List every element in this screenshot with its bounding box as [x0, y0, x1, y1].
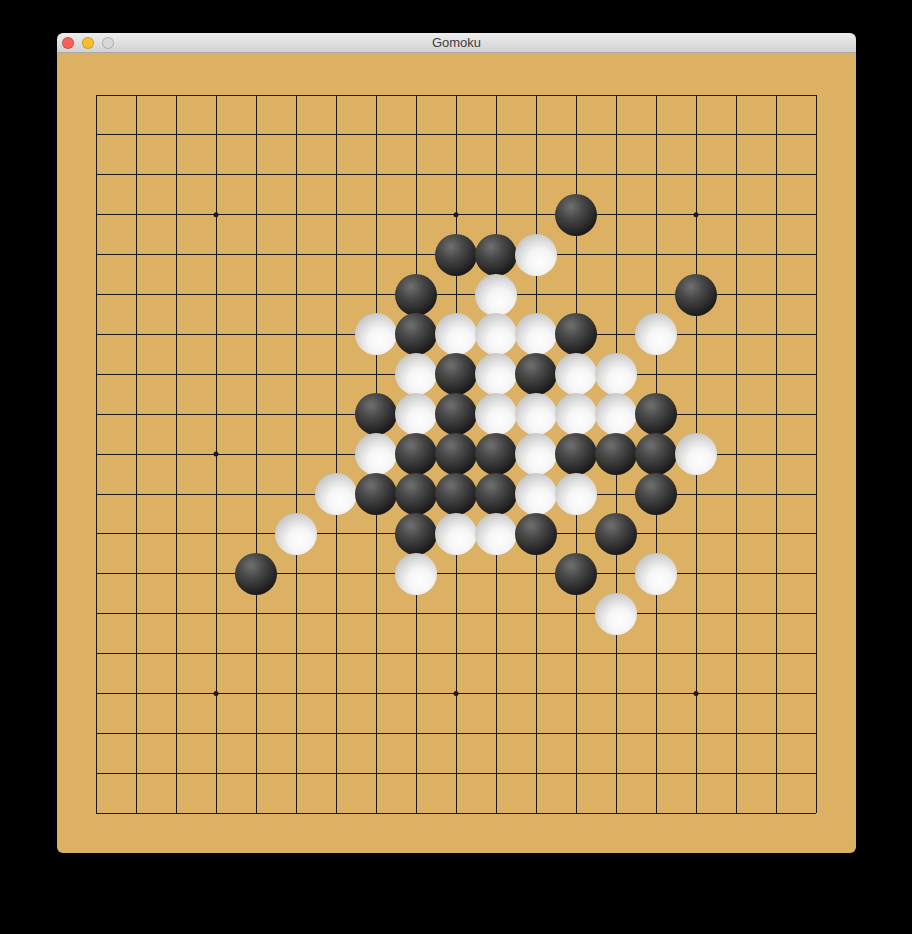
white-stone [515, 473, 557, 515]
white-stone [515, 433, 557, 475]
white-stone [395, 553, 437, 595]
white-stone [475, 393, 517, 435]
white-stone [675, 433, 717, 475]
black-stone [435, 234, 477, 276]
black-stone [555, 194, 597, 236]
white-stone [595, 353, 637, 395]
black-stone [395, 473, 437, 515]
white-stone [275, 513, 317, 555]
black-stone [435, 393, 477, 435]
white-stone [595, 593, 637, 635]
black-stone [355, 393, 397, 435]
black-stone [435, 433, 477, 475]
white-stone [435, 513, 477, 555]
black-stone [395, 274, 437, 316]
black-stone [395, 433, 437, 475]
black-stone [475, 473, 517, 515]
black-stone [515, 353, 557, 395]
black-stone [555, 553, 597, 595]
black-stone [675, 274, 717, 316]
white-stone [475, 353, 517, 395]
white-stone [395, 353, 437, 395]
black-stone [515, 513, 557, 555]
white-stone [595, 393, 637, 435]
black-stone [635, 433, 677, 475]
white-stone [555, 393, 597, 435]
white-stone [475, 274, 517, 316]
black-stone [355, 473, 397, 515]
black-stone [555, 433, 597, 475]
white-stone [555, 353, 597, 395]
white-stone [395, 393, 437, 435]
screenshot-background: Gomoku [0, 0, 912, 934]
white-stone [475, 513, 517, 555]
gomoku-board[interactable] [57, 53, 856, 853]
white-stone [515, 234, 557, 276]
white-stone [315, 473, 357, 515]
black-stone [435, 473, 477, 515]
black-stone [635, 473, 677, 515]
gomoku-window: Gomoku [57, 33, 856, 853]
white-stone [555, 473, 597, 515]
black-stone [595, 433, 637, 475]
window-titlebar: Gomoku [57, 33, 856, 53]
black-stone [475, 234, 517, 276]
white-stone [515, 393, 557, 435]
white-stone [635, 553, 677, 595]
window-title: Gomoku [57, 33, 856, 53]
black-stone [595, 513, 637, 555]
black-stone [235, 553, 277, 595]
black-stone [395, 513, 437, 555]
black-stone [475, 433, 517, 475]
black-stone [435, 353, 477, 395]
black-stone [635, 393, 677, 435]
white-stone [355, 433, 397, 475]
